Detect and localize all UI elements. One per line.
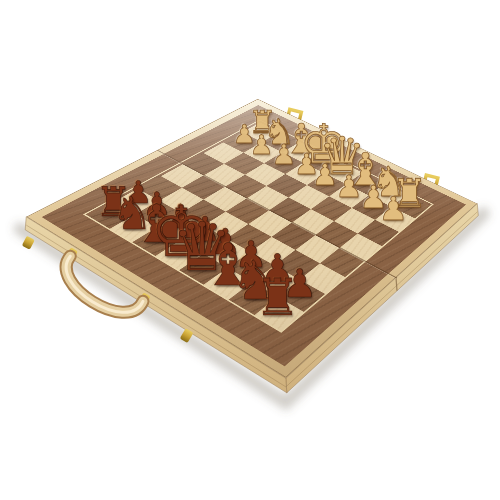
- product-photo: ♜♞♟♝♟♚♟♛♟♝♟♞♟♟♜♟♟♜♟♟♞♟♝♟♚♟♛♟♝♟♞♜: [0, 0, 500, 500]
